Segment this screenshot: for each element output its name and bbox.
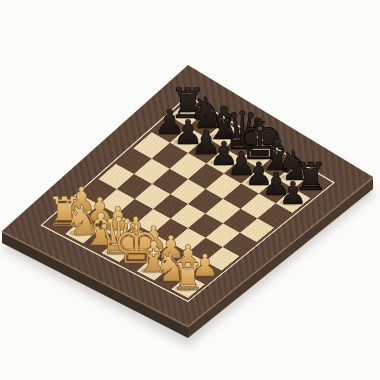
chess-set-photo[interactable]: ♜♞♟♝♟♛♟♚♟♝♟♞♟♜♟♟♟♟♜♟♞♟♝♟♛♟♚♟♝♟♞♜ — [0, 0, 380, 380]
